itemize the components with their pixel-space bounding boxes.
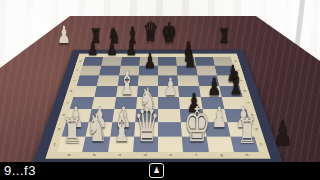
file-label-h: h: [234, 152, 261, 157]
square-e8[interactable]: [158, 57, 177, 66]
square-b5[interactable]: [95, 86, 118, 97]
move-caption: 9...f3: [4, 163, 36, 178]
channel-logo: ♟: [149, 163, 164, 178]
square-e1[interactable]: [158, 136, 183, 152]
file-label-f: f: [183, 152, 209, 157]
piece-white-pawn-e4[interactable]: ♟: [164, 76, 178, 100]
file-label-d: d: [132, 152, 158, 157]
piece-black-king-e8[interactable]: ♚: [161, 20, 176, 47]
file-labels: abcdefgh: [56, 152, 261, 157]
square-a6[interactable]: [77, 75, 100, 85]
square-a5[interactable]: [73, 86, 97, 97]
caption-bar: ♟: [0, 162, 320, 180]
piece-white-knight-b1[interactable]: ♞: [86, 111, 107, 149]
square-f6[interactable]: [178, 75, 199, 85]
captured-piece-right: ♟: [274, 117, 293, 151]
piece-white-rook-a1[interactable]: ♜: [62, 114, 82, 149]
square-a7[interactable]: [80, 66, 102, 76]
file-label-g: g: [208, 152, 234, 157]
piece-black-bishop-h4[interactable]: ♝: [227, 68, 245, 100]
captured-piece-left: ♟: [57, 24, 70, 48]
file-label-c: c: [107, 152, 133, 157]
piece-black-pawn-d6[interactable]: ♟: [144, 51, 155, 71]
square-e2[interactable]: [158, 122, 182, 136]
logo-pawn-icon: ♟: [153, 167, 160, 175]
file-label-e: e: [158, 152, 184, 157]
video-frame: abcdefgh 87654321 87654321 ♜♞♝♛♚♜♟♟♟♟♟♞♟…: [0, 0, 320, 180]
square-b7[interactable]: [99, 66, 120, 76]
piece-white-rook-h1[interactable]: ♜: [237, 114, 257, 149]
piece-white-queen-d1[interactable]: ♛: [134, 103, 160, 149]
piece-black-queen-d8[interactable]: ♛: [143, 21, 158, 48]
piece-black-pawn-c7[interactable]: ♟: [126, 40, 137, 59]
piece-black-knight-f6[interactable]: ♞: [183, 46, 198, 72]
piece-white-pawn-g2[interactable]: ♟: [212, 105, 228, 133]
file-label-b: b: [81, 152, 107, 157]
piece-black-pawn-b7[interactable]: ♟: [107, 40, 118, 59]
piece-black-rook-h8[interactable]: ♜: [218, 27, 229, 47]
square-e3[interactable]: [158, 109, 181, 122]
piece-white-king-f1[interactable]: ♚: [184, 101, 211, 149]
square-b6[interactable]: [97, 75, 119, 85]
piece-white-bishop-c1[interactable]: ♝: [111, 109, 133, 149]
file-label-a: a: [56, 152, 83, 157]
piece-black-pawn-a7[interactable]: ♟: [88, 40, 99, 59]
piece-white-bishop-c4[interactable]: ♝: [118, 68, 136, 100]
